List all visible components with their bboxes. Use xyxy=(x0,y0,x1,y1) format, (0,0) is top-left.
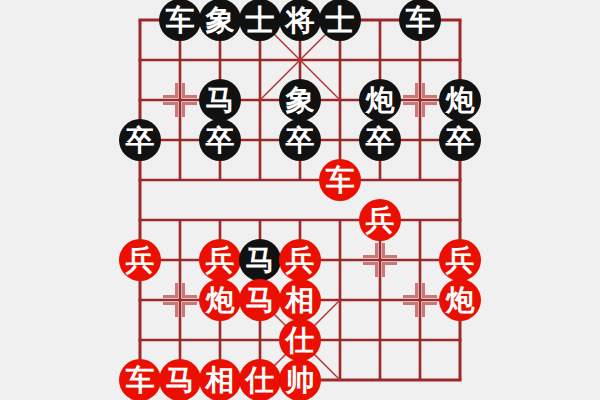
piece-red-soldier[interactable]: 兵 xyxy=(119,239,161,281)
piece-red-soldier[interactable]: 兵 xyxy=(199,239,241,281)
piece-black-chariot[interactable]: 车 xyxy=(159,0,201,41)
piece-black-soldier[interactable]: 卒 xyxy=(119,119,161,161)
piece-black-soldier[interactable]: 卒 xyxy=(439,119,481,161)
piece-red-cannon[interactable]: 炮 xyxy=(439,279,481,321)
app-background: 车象士将士车马象炮炮卒卒卒卒卒车兵兵兵马兵兵炮马相炮仕车马相仕帅 xyxy=(0,0,600,400)
piece-red-horse[interactable]: 马 xyxy=(239,279,281,321)
piece-red-king[interactable]: 帅 xyxy=(279,359,321,400)
piece-red-chariot[interactable]: 车 xyxy=(319,159,361,201)
piece-red-horse[interactable]: 马 xyxy=(159,359,201,400)
piece-red-soldier[interactable]: 兵 xyxy=(279,239,321,281)
piece-black-general[interactable]: 将 xyxy=(279,0,321,41)
piece-black-horse[interactable]: 马 xyxy=(239,239,281,281)
piece-red-chariot[interactable]: 车 xyxy=(119,359,161,400)
piece-red-elephant[interactable]: 相 xyxy=(199,359,241,400)
piece-red-soldier[interactable]: 兵 xyxy=(439,239,481,281)
piece-red-advisor[interactable]: 仕 xyxy=(279,319,321,361)
xiangqi-board[interactable]: 车象士将士车马象炮炮卒卒卒卒卒车兵兵兵马兵兵炮马相炮仕车马相仕帅 xyxy=(0,0,600,400)
piece-red-soldier[interactable]: 兵 xyxy=(359,199,401,241)
piece-red-cannon[interactable]: 炮 xyxy=(199,279,241,321)
piece-black-cannon[interactable]: 炮 xyxy=(439,79,481,121)
piece-black-cannon[interactable]: 炮 xyxy=(359,79,401,121)
piece-black-advisor[interactable]: 士 xyxy=(319,0,361,41)
piece-black-soldier[interactable]: 卒 xyxy=(359,119,401,161)
piece-black-soldier[interactable]: 卒 xyxy=(279,119,321,161)
piece-red-elephant[interactable]: 相 xyxy=(279,279,321,321)
piece-red-advisor[interactable]: 仕 xyxy=(239,359,281,400)
piece-black-elephant[interactable]: 象 xyxy=(279,79,321,121)
piece-black-elephant[interactable]: 象 xyxy=(199,0,241,41)
piece-black-chariot[interactable]: 车 xyxy=(399,0,441,41)
piece-black-soldier[interactable]: 卒 xyxy=(199,119,241,161)
piece-black-advisor[interactable]: 士 xyxy=(239,0,281,41)
piece-black-horse[interactable]: 马 xyxy=(199,79,241,121)
